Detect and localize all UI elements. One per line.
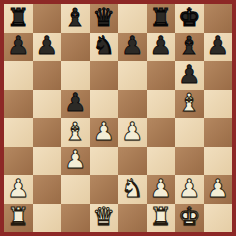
square-a8[interactable]: ♜ — [4, 4, 33, 33]
square-b3[interactable] — [33, 147, 62, 176]
square-e6[interactable] — [118, 61, 147, 90]
square-b2[interactable] — [33, 175, 62, 204]
square-g4[interactable] — [175, 118, 204, 147]
piece-black-pawn[interactable]: ♟ — [207, 33, 229, 58]
piece-white-bishop[interactable]: ♝ — [64, 119, 86, 144]
piece-white-rook[interactable]: ♜ — [7, 204, 29, 229]
piece-black-queen[interactable]: ♛ — [93, 5, 115, 30]
square-d1[interactable]: ♛ — [90, 204, 119, 233]
square-d3[interactable] — [90, 147, 119, 176]
square-b7[interactable]: ♟ — [33, 33, 62, 62]
piece-black-pawn[interactable]: ♟ — [150, 33, 172, 58]
square-h2[interactable]: ♟ — [204, 175, 233, 204]
square-h1[interactable] — [204, 204, 233, 233]
square-a6[interactable] — [4, 61, 33, 90]
square-a3[interactable] — [4, 147, 33, 176]
piece-white-rook[interactable]: ♜ — [150, 204, 172, 229]
square-f1[interactable]: ♜ — [147, 204, 176, 233]
square-c8[interactable]: ♝ — [61, 4, 90, 33]
chess-board: ♜♝♛♜♚♟♟♞♟♟♝♟♟♟♝♝♟♟♟♟♞♟♟♟♜♛♜♚ — [4, 4, 232, 232]
square-c6[interactable] — [61, 61, 90, 90]
square-g5[interactable]: ♝ — [175, 90, 204, 119]
square-b5[interactable] — [33, 90, 62, 119]
square-g3[interactable] — [175, 147, 204, 176]
square-d4[interactable]: ♟ — [90, 118, 119, 147]
board-frame: ♜♝♛♜♚♟♟♞♟♟♝♟♟♟♝♝♟♟♟♟♞♟♟♟♜♛♜♚ — [0, 0, 236, 236]
square-d8[interactable]: ♛ — [90, 4, 119, 33]
piece-black-knight[interactable]: ♞ — [93, 33, 115, 58]
square-h5[interactable] — [204, 90, 233, 119]
square-f8[interactable]: ♜ — [147, 4, 176, 33]
square-f2[interactable]: ♟ — [147, 175, 176, 204]
piece-white-pawn[interactable]: ♟ — [121, 119, 143, 144]
square-d2[interactable] — [90, 175, 119, 204]
piece-black-pawn[interactable]: ♟ — [178, 62, 200, 87]
piece-white-pawn[interactable]: ♟ — [150, 176, 172, 201]
square-b4[interactable] — [33, 118, 62, 147]
piece-black-pawn[interactable]: ♟ — [7, 33, 29, 58]
piece-white-pawn[interactable]: ♟ — [7, 176, 29, 201]
square-f4[interactable] — [147, 118, 176, 147]
piece-white-pawn[interactable]: ♟ — [64, 147, 86, 172]
square-e1[interactable] — [118, 204, 147, 233]
square-e5[interactable] — [118, 90, 147, 119]
piece-white-bishop[interactable]: ♝ — [178, 90, 200, 115]
square-b1[interactable] — [33, 204, 62, 233]
piece-white-king[interactable]: ♚ — [178, 204, 200, 229]
piece-black-pawn[interactable]: ♟ — [64, 90, 86, 115]
square-h6[interactable] — [204, 61, 233, 90]
piece-black-bishop[interactable]: ♝ — [178, 33, 200, 58]
square-h4[interactable] — [204, 118, 233, 147]
square-h7[interactable]: ♟ — [204, 33, 233, 62]
square-e3[interactable] — [118, 147, 147, 176]
square-e8[interactable] — [118, 4, 147, 33]
square-g2[interactable]: ♟ — [175, 175, 204, 204]
square-h8[interactable] — [204, 4, 233, 33]
square-e7[interactable]: ♟ — [118, 33, 147, 62]
piece-white-queen[interactable]: ♛ — [93, 204, 115, 229]
square-c1[interactable] — [61, 204, 90, 233]
square-c7[interactable] — [61, 33, 90, 62]
square-e2[interactable]: ♞ — [118, 175, 147, 204]
piece-white-pawn[interactable]: ♟ — [178, 176, 200, 201]
piece-black-rook[interactable]: ♜ — [150, 5, 172, 30]
square-b8[interactable] — [33, 4, 62, 33]
square-a2[interactable]: ♟ — [4, 175, 33, 204]
square-d6[interactable] — [90, 61, 119, 90]
piece-black-bishop[interactable]: ♝ — [64, 5, 86, 30]
square-f5[interactable] — [147, 90, 176, 119]
square-a4[interactable] — [4, 118, 33, 147]
piece-black-pawn[interactable]: ♟ — [121, 33, 143, 58]
square-c2[interactable] — [61, 175, 90, 204]
square-g8[interactable]: ♚ — [175, 4, 204, 33]
piece-black-rook[interactable]: ♜ — [7, 5, 29, 30]
square-f7[interactable]: ♟ — [147, 33, 176, 62]
square-d5[interactable] — [90, 90, 119, 119]
piece-white-pawn[interactable]: ♟ — [207, 176, 229, 201]
square-a5[interactable] — [4, 90, 33, 119]
square-a7[interactable]: ♟ — [4, 33, 33, 62]
square-e4[interactable]: ♟ — [118, 118, 147, 147]
square-b6[interactable] — [33, 61, 62, 90]
square-f3[interactable] — [147, 147, 176, 176]
square-c4[interactable]: ♝ — [61, 118, 90, 147]
square-c3[interactable]: ♟ — [61, 147, 90, 176]
square-a1[interactable]: ♜ — [4, 204, 33, 233]
square-f6[interactable] — [147, 61, 176, 90]
piece-white-pawn[interactable]: ♟ — [93, 119, 115, 144]
square-h3[interactable] — [204, 147, 233, 176]
square-d7[interactable]: ♞ — [90, 33, 119, 62]
square-c5[interactable]: ♟ — [61, 90, 90, 119]
square-g1[interactable]: ♚ — [175, 204, 204, 233]
piece-white-knight[interactable]: ♞ — [121, 176, 143, 201]
piece-black-pawn[interactable]: ♟ — [36, 33, 58, 58]
square-g7[interactable]: ♝ — [175, 33, 204, 62]
square-g6[interactable]: ♟ — [175, 61, 204, 90]
piece-black-king[interactable]: ♚ — [178, 5, 200, 30]
